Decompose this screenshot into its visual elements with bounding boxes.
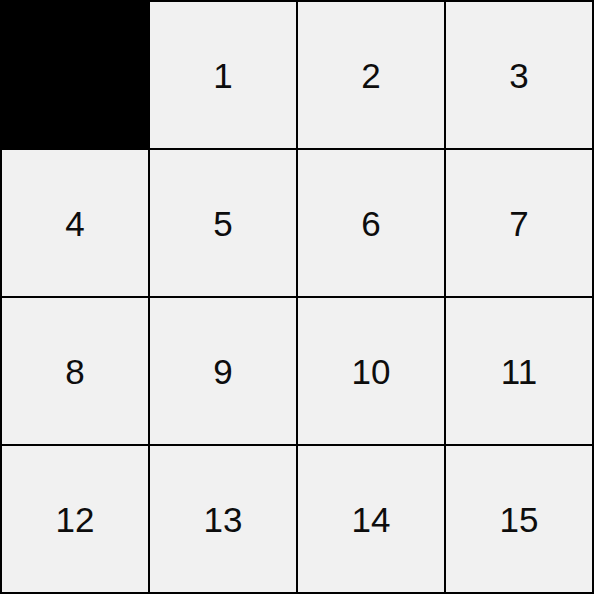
tile-11[interactable]: 11 — [446, 298, 592, 444]
tile-6[interactable]: 6 — [298, 150, 444, 296]
tile-3[interactable]: 3 — [446, 2, 592, 148]
tile-10[interactable]: 10 — [298, 298, 444, 444]
tile-13[interactable]: 13 — [150, 446, 296, 592]
tile-2[interactable]: 2 — [298, 2, 444, 148]
tile-1[interactable]: 1 — [150, 2, 296, 148]
tile-7[interactable]: 7 — [446, 150, 592, 296]
tile-12[interactable]: 12 — [2, 446, 148, 592]
tile-4[interactable]: 4 — [2, 150, 148, 296]
fifteen-puzzle-board: 123456789101112131415 — [0, 0, 594, 594]
tile-14[interactable]: 14 — [298, 446, 444, 592]
tile-5[interactable]: 5 — [150, 150, 296, 296]
tile-15[interactable]: 15 — [446, 446, 592, 592]
tile-8[interactable]: 8 — [2, 298, 148, 444]
blank-cell — [2, 2, 148, 148]
tile-9[interactable]: 9 — [150, 298, 296, 444]
